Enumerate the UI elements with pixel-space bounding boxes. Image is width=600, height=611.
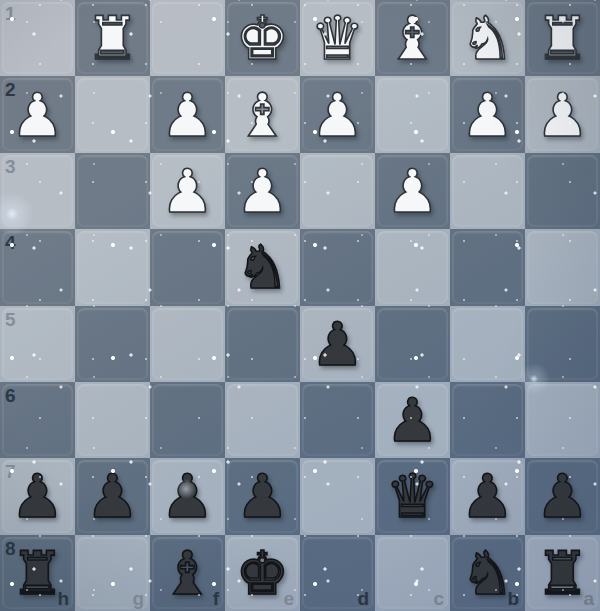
piece-black-queen[interactable]: ♛ xyxy=(375,458,450,534)
square-c7[interactable]: ♛ xyxy=(375,458,450,534)
square-d1[interactable]: ♛ xyxy=(300,0,375,76)
rank-label-1: 1 xyxy=(5,4,16,23)
piece-black-pawn[interactable]: ♟ xyxy=(300,306,375,382)
square-b1[interactable]: ♞ xyxy=(450,0,525,76)
piece-white-rook[interactable]: ♜ xyxy=(75,0,150,76)
file-label-c: c xyxy=(433,589,444,608)
rank-label-5: 5 xyxy=(5,310,16,329)
piece-black-pawn[interactable]: ♟ xyxy=(150,458,225,534)
square-d4[interactable] xyxy=(300,229,375,305)
square-b5[interactable] xyxy=(450,306,525,382)
square-e8[interactable]: e♚ xyxy=(225,535,300,611)
file-label-d: d xyxy=(357,589,369,608)
square-b6[interactable] xyxy=(450,382,525,458)
square-g2[interactable] xyxy=(75,76,150,152)
square-a7[interactable]: ♟ xyxy=(525,458,600,534)
square-f5[interactable] xyxy=(150,306,225,382)
piece-white-pawn[interactable]: ♟ xyxy=(525,76,600,152)
rank-label-6: 6 xyxy=(5,386,16,405)
square-c1[interactable]: ♝ xyxy=(375,0,450,76)
square-a8[interactable]: a♜ xyxy=(525,535,600,611)
rank-label-3: 3 xyxy=(5,157,16,176)
rank-label-4: 4 xyxy=(5,233,16,252)
square-a3[interactable] xyxy=(525,153,600,229)
piece-white-bishop[interactable]: ♝ xyxy=(225,76,300,152)
square-e6[interactable] xyxy=(225,382,300,458)
square-g5[interactable] xyxy=(75,306,150,382)
square-f1[interactable] xyxy=(150,0,225,76)
square-b2[interactable]: ♟ xyxy=(450,76,525,152)
square-c5[interactable] xyxy=(375,306,450,382)
piece-black-pawn[interactable]: ♟ xyxy=(0,458,75,534)
square-d2[interactable]: ♟ xyxy=(300,76,375,152)
square-d5[interactable]: ♟ xyxy=(300,306,375,382)
piece-black-pawn[interactable]: ♟ xyxy=(75,458,150,534)
square-f2[interactable]: ♟ xyxy=(150,76,225,152)
piece-black-pawn[interactable]: ♟ xyxy=(525,458,600,534)
piece-white-pawn[interactable]: ♟ xyxy=(450,76,525,152)
piece-white-pawn[interactable]: ♟ xyxy=(150,153,225,229)
piece-white-pawn[interactable]: ♟ xyxy=(375,153,450,229)
square-g6[interactable] xyxy=(75,382,150,458)
square-d8[interactable]: d xyxy=(300,535,375,611)
square-f4[interactable] xyxy=(150,229,225,305)
square-a5[interactable] xyxy=(525,306,600,382)
square-h6[interactable]: 6 xyxy=(0,382,75,458)
square-g8[interactable]: g xyxy=(75,535,150,611)
square-g1[interactable]: ♜ xyxy=(75,0,150,76)
piece-black-knight[interactable]: ♞ xyxy=(225,229,300,305)
square-f8[interactable]: f♝ xyxy=(150,535,225,611)
square-e2[interactable]: ♝ xyxy=(225,76,300,152)
square-e5[interactable] xyxy=(225,306,300,382)
piece-white-king[interactable]: ♚ xyxy=(225,0,300,76)
square-f7[interactable]: ♟ xyxy=(150,458,225,534)
square-h5[interactable]: 5 xyxy=(0,306,75,382)
square-e1[interactable]: ♚ xyxy=(225,0,300,76)
piece-black-bishop[interactable]: ♝ xyxy=(150,535,225,611)
square-a1[interactable]: ♜ xyxy=(525,0,600,76)
piece-white-pawn[interactable]: ♟ xyxy=(150,76,225,152)
piece-black-pawn[interactable]: ♟ xyxy=(225,458,300,534)
chess-board-container: 1♜♚♛♝♞♜2♟♟♝♟♟♟3♟♟♟4♞5♟6♟7♟♟♟♟♛♟♟8h♜gf♝e♚… xyxy=(0,0,600,611)
piece-white-bishop[interactable]: ♝ xyxy=(375,0,450,76)
square-g3[interactable] xyxy=(75,153,150,229)
square-d3[interactable] xyxy=(300,153,375,229)
square-h1[interactable]: 1 xyxy=(0,0,75,76)
square-c4[interactable] xyxy=(375,229,450,305)
piece-black-pawn[interactable]: ♟ xyxy=(450,458,525,534)
square-f3[interactable]: ♟ xyxy=(150,153,225,229)
piece-white-rook[interactable]: ♜ xyxy=(525,0,600,76)
piece-black-king[interactable]: ♚ xyxy=(225,535,300,611)
square-h4[interactable]: 4 xyxy=(0,229,75,305)
square-d6[interactable] xyxy=(300,382,375,458)
square-e7[interactable]: ♟ xyxy=(225,458,300,534)
piece-black-rook[interactable]: ♜ xyxy=(0,535,75,611)
square-f6[interactable] xyxy=(150,382,225,458)
piece-white-queen[interactable]: ♛ xyxy=(300,0,375,76)
square-g4[interactable] xyxy=(75,229,150,305)
file-label-g: g xyxy=(132,589,144,608)
square-c3[interactable]: ♟ xyxy=(375,153,450,229)
chess-board: 1♜♚♛♝♞♜2♟♟♝♟♟♟3♟♟♟4♞5♟6♟7♟♟♟♟♛♟♟8h♜gf♝e♚… xyxy=(0,0,600,611)
square-c2[interactable] xyxy=(375,76,450,152)
square-b3[interactable] xyxy=(450,153,525,229)
square-h8[interactable]: 8h♜ xyxy=(0,535,75,611)
square-c8[interactable]: c xyxy=(375,535,450,611)
piece-white-pawn[interactable]: ♟ xyxy=(0,76,75,152)
square-b4[interactable] xyxy=(450,229,525,305)
piece-white-pawn[interactable]: ♟ xyxy=(300,76,375,152)
square-b7[interactable]: ♟ xyxy=(450,458,525,534)
square-e4[interactable]: ♞ xyxy=(225,229,300,305)
piece-white-knight[interactable]: ♞ xyxy=(450,0,525,76)
square-c6[interactable]: ♟ xyxy=(375,382,450,458)
square-h7[interactable]: 7♟ xyxy=(0,458,75,534)
square-a4[interactable] xyxy=(525,229,600,305)
square-e3[interactable]: ♟ xyxy=(225,153,300,229)
piece-black-pawn[interactable]: ♟ xyxy=(375,382,450,458)
square-a2[interactable]: ♟ xyxy=(525,76,600,152)
square-b8[interactable]: b♞ xyxy=(450,535,525,611)
square-a6[interactable] xyxy=(525,382,600,458)
piece-white-pawn[interactable]: ♟ xyxy=(225,153,300,229)
square-d7[interactable] xyxy=(300,458,375,534)
square-h3[interactable]: 3 xyxy=(0,153,75,229)
piece-black-rook[interactable]: ♜ xyxy=(525,535,600,611)
piece-black-knight[interactable]: ♞ xyxy=(450,535,525,611)
square-g7[interactable]: ♟ xyxy=(75,458,150,534)
square-h2[interactable]: 2♟ xyxy=(0,76,75,152)
